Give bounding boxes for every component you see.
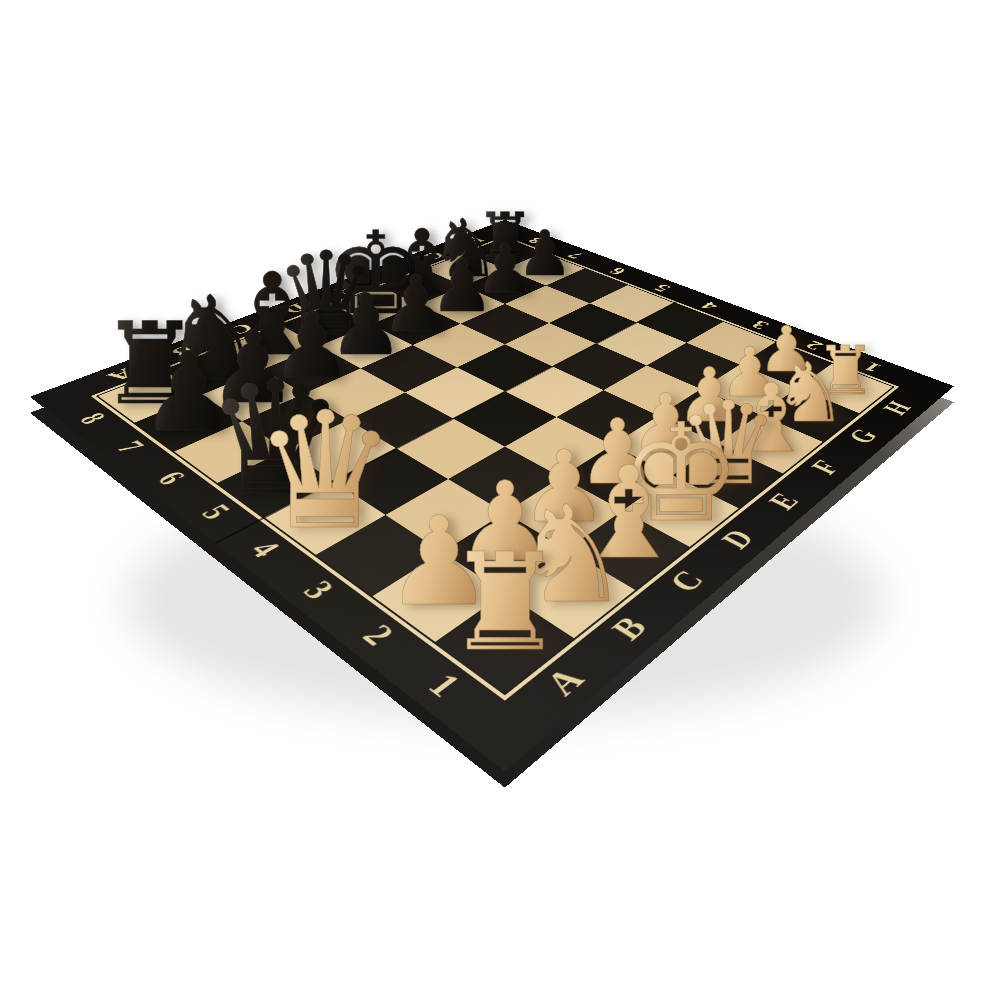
rank-label-near-7: 7 xyxy=(109,436,153,458)
rank-label-near-4: 4 xyxy=(241,535,289,563)
product-photo-canvas: 11AA22BB33CC44DD55EE66FF77GG88HH ♜♟♞♟♝♟♚… xyxy=(0,0,1000,1000)
rank-label-far-7: 7 xyxy=(562,250,588,261)
file-label-near-E: E xyxy=(761,488,807,515)
file-label-near-H: H xyxy=(876,397,918,418)
rank-label-near-6: 6 xyxy=(149,466,194,490)
file-label-near-D: D xyxy=(713,524,763,554)
rank-label-far-5: 5 xyxy=(649,282,676,294)
chessboard: 11AA22BB33CC44DD55EE66FF77GG88HH xyxy=(30,220,954,772)
rank-label-far-8: 8 xyxy=(523,235,549,245)
rank-label-near-5: 5 xyxy=(193,499,239,525)
rank-label-near-2: 2 xyxy=(353,618,404,653)
file-label-near-F: F xyxy=(804,456,847,479)
rank-label-far-6: 6 xyxy=(604,265,631,277)
rank-label-near-1: 1 xyxy=(418,666,470,705)
file-label-near-B: B xyxy=(603,610,656,647)
rank-label-near-8: 8 xyxy=(71,409,114,429)
rank-label-near-3: 3 xyxy=(294,574,343,605)
file-label-near-G: G xyxy=(841,425,885,448)
